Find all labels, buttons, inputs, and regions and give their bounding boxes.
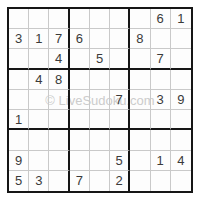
cell-r4c5[interactable] bbox=[90, 70, 110, 90]
cell-r2c1[interactable]: 3 bbox=[9, 29, 29, 49]
cell-r5c1[interactable] bbox=[9, 90, 29, 110]
cell-r1c9[interactable]: 1 bbox=[171, 9, 191, 29]
cell-r6c3[interactable] bbox=[49, 110, 69, 130]
cell-r5c8[interactable]: 3 bbox=[151, 90, 171, 110]
cell-r6c7[interactable] bbox=[130, 110, 150, 130]
cell-r8c2[interactable] bbox=[29, 151, 49, 171]
cell-r6c2[interactable] bbox=[29, 110, 49, 130]
cell-r2c5[interactable] bbox=[90, 29, 110, 49]
cell-r8c3[interactable] bbox=[49, 151, 69, 171]
cell-r9c4[interactable]: 7 bbox=[70, 171, 90, 191]
cell-r3c1[interactable] bbox=[9, 49, 29, 69]
cell-r4c3[interactable]: 8 bbox=[49, 70, 69, 90]
cell-r6c9[interactable] bbox=[171, 110, 191, 130]
cell-r7c4[interactable] bbox=[70, 130, 90, 150]
cell-r2c9[interactable] bbox=[171, 29, 191, 49]
cell-r6c6[interactable] bbox=[110, 110, 130, 130]
cell-r3c4[interactable] bbox=[70, 49, 90, 69]
cell-r6c4[interactable] bbox=[70, 110, 90, 130]
cell-r9c3[interactable] bbox=[49, 171, 69, 191]
cell-r9c6[interactable]: 2 bbox=[110, 171, 130, 191]
cell-r8c6[interactable]: 5 bbox=[110, 151, 130, 171]
cell-r1c3[interactable] bbox=[49, 9, 69, 29]
cell-r3c5[interactable]: 5 bbox=[90, 49, 110, 69]
cell-r9c9[interactable] bbox=[171, 171, 191, 191]
cell-r7c7[interactable] bbox=[130, 130, 150, 150]
cell-r9c2[interactable]: 3 bbox=[29, 171, 49, 191]
cell-r9c5[interactable] bbox=[90, 171, 110, 191]
cell-r5c6[interactable]: 7 bbox=[110, 90, 130, 110]
cell-r5c9[interactable]: 9 bbox=[171, 90, 191, 110]
cell-r7c5[interactable] bbox=[90, 130, 110, 150]
cell-r6c1[interactable]: 1 bbox=[9, 110, 29, 130]
cell-r3c8[interactable]: 7 bbox=[151, 49, 171, 69]
cell-r1c1[interactable] bbox=[9, 9, 29, 29]
cell-r4c7[interactable] bbox=[130, 70, 150, 90]
cell-r1c7[interactable] bbox=[130, 9, 150, 29]
cell-r9c7[interactable] bbox=[130, 171, 150, 191]
cell-r7c3[interactable] bbox=[49, 130, 69, 150]
cell-r9c1[interactable]: 5 bbox=[9, 171, 29, 191]
cell-r8c8[interactable]: 1 bbox=[151, 151, 171, 171]
cell-r7c8[interactable] bbox=[151, 130, 171, 150]
cell-r5c2[interactable] bbox=[29, 90, 49, 110]
cell-r5c5[interactable] bbox=[90, 90, 110, 110]
sudoku-board: 613176845748739195145372 bbox=[7, 7, 193, 193]
cell-r2c7[interactable]: 8 bbox=[130, 29, 150, 49]
cell-r4c8[interactable] bbox=[151, 70, 171, 90]
cell-r2c3[interactable]: 7 bbox=[49, 29, 69, 49]
cell-r4c4[interactable] bbox=[70, 70, 90, 90]
cell-r9c8[interactable] bbox=[151, 171, 171, 191]
cell-r8c9[interactable]: 4 bbox=[171, 151, 191, 171]
cell-r2c2[interactable]: 1 bbox=[29, 29, 49, 49]
cell-r7c1[interactable] bbox=[9, 130, 29, 150]
cell-r2c6[interactable] bbox=[110, 29, 130, 49]
cell-r7c9[interactable] bbox=[171, 130, 191, 150]
cell-r1c8[interactable]: 6 bbox=[151, 9, 171, 29]
cell-r8c1[interactable]: 9 bbox=[9, 151, 29, 171]
cell-r4c9[interactable] bbox=[171, 70, 191, 90]
cell-r5c3[interactable] bbox=[49, 90, 69, 110]
cell-r5c4[interactable] bbox=[70, 90, 90, 110]
cell-r3c3[interactable]: 4 bbox=[49, 49, 69, 69]
cell-r4c6[interactable] bbox=[110, 70, 130, 90]
cell-r3c7[interactable] bbox=[130, 49, 150, 69]
cell-r8c7[interactable] bbox=[130, 151, 150, 171]
cell-r3c9[interactable] bbox=[171, 49, 191, 69]
cell-r1c2[interactable] bbox=[29, 9, 49, 29]
sudoku-board-area: © LiveSudoku.com 61317684574873919514537… bbox=[7, 7, 193, 193]
cell-r6c5[interactable] bbox=[90, 110, 110, 130]
cell-r7c6[interactable] bbox=[110, 130, 130, 150]
cell-r1c6[interactable] bbox=[110, 9, 130, 29]
cell-r7c2[interactable] bbox=[29, 130, 49, 150]
cell-r2c4[interactable]: 6 bbox=[70, 29, 90, 49]
cell-r3c6[interactable] bbox=[110, 49, 130, 69]
cell-r4c1[interactable] bbox=[9, 70, 29, 90]
cell-r8c5[interactable] bbox=[90, 151, 110, 171]
cell-r4c2[interactable]: 4 bbox=[29, 70, 49, 90]
cell-r3c2[interactable] bbox=[29, 49, 49, 69]
cell-r2c8[interactable] bbox=[151, 29, 171, 49]
cell-r1c4[interactable] bbox=[70, 9, 90, 29]
cell-r1c5[interactable] bbox=[90, 9, 110, 29]
cell-r5c7[interactable] bbox=[130, 90, 150, 110]
cell-r8c4[interactable] bbox=[70, 151, 90, 171]
cell-r6c8[interactable] bbox=[151, 110, 171, 130]
